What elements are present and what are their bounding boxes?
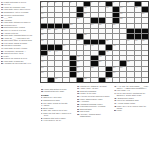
black-cell [91, 56, 97, 60]
grid-cell[interactable] [48, 13, 54, 17]
grid-cell[interactable] [48, 40, 54, 44]
cell-number: 57 [120, 66, 122, 68]
cell-number: 38 [142, 39, 144, 41]
grid-cell[interactable] [63, 13, 69, 17]
clue-text: Construction site sight [44, 91, 64, 93]
bottom-left-clue-column: 60. Word with Dutch or head62. Construct… [41, 88, 76, 149]
cell-number: 13 [106, 6, 108, 8]
cell-number: 3 [55, 1, 56, 3]
bottom-middle-clue-column: 10. Capital city staggers, for short11. … [77, 85, 112, 149]
down-clue-list-middle: 10. Capital city staggers, for short11. … [77, 85, 112, 118]
cell-number: 18 [120, 12, 122, 14]
grid-cell[interactable] [70, 45, 76, 49]
cell-number: 39 [63, 44, 65, 46]
grid-cell[interactable]: 52 [127, 61, 133, 65]
black-cell [70, 56, 76, 60]
grid-cell[interactable] [99, 29, 105, 33]
grid-cell[interactable]: 32 [84, 34, 90, 38]
clue-text: Misty [117, 110, 122, 112]
copyright-text: © 2023 [41, 86, 47, 87]
grid-cell[interactable] [142, 61, 148, 65]
grid-cell[interactable] [135, 56, 141, 60]
grid-cell[interactable] [106, 24, 112, 28]
cell-number: 62 [84, 77, 86, 79]
cell-number: 26 [113, 23, 115, 25]
grid-cell[interactable] [142, 72, 148, 76]
grid-cell[interactable]: 35 [106, 40, 112, 44]
cell-number: 50 [77, 60, 79, 62]
grid-cell[interactable] [91, 13, 97, 17]
cell-number: 7 [99, 1, 100, 3]
cell-number: 40 [84, 44, 86, 46]
grid-cell[interactable] [55, 67, 61, 71]
grid-cell[interactable] [120, 51, 126, 55]
black-cell [70, 61, 76, 65]
clue-item: 40. "Any way the wind blows ___ really m… [114, 85, 150, 89]
clue-text: "Any way the wind blows ___ really matte… [117, 85, 149, 89]
cell-number: 61 [55, 77, 57, 79]
grid-cell[interactable] [142, 18, 148, 22]
grid-cell[interactable] [142, 78, 148, 82]
grid-cell[interactable]: 28 [48, 29, 54, 33]
grid-cell[interactable] [84, 24, 90, 28]
grid-cell[interactable]: 20 [41, 18, 47, 22]
grid-cell[interactable]: 41 [91, 45, 97, 49]
clue-text: New York county containing the Donald J.… [117, 92, 146, 96]
grid-cell[interactable]: 19 [142, 13, 148, 17]
grid-cell[interactable] [113, 34, 119, 38]
grid-cell[interactable] [135, 67, 141, 71]
grid-cell[interactable] [84, 51, 90, 55]
grid-cell[interactable]: 5 [70, 2, 76, 6]
grid-cell[interactable] [127, 78, 133, 82]
clue-item: 48. More likely to be picked from the po… [114, 105, 150, 109]
black-cell [77, 78, 83, 82]
black-cell [41, 45, 47, 49]
cell-number: 31 [41, 33, 43, 35]
grid-cell[interactable] [70, 40, 76, 44]
black-cell [77, 7, 83, 11]
grid-cell[interactable] [99, 72, 105, 76]
grid-cell[interactable] [91, 78, 97, 82]
down-clue-list-right: 40. "Any way the wind blows ___ really m… [114, 85, 150, 112]
grid-cell[interactable] [63, 56, 69, 60]
cell-number: 19 [142, 12, 144, 14]
grid-cell[interactable]: 4 [63, 2, 69, 6]
grid-cell[interactable] [99, 45, 105, 49]
grid-cell[interactable] [135, 51, 141, 55]
grid-cell[interactable] [120, 29, 126, 33]
black-cell [113, 7, 119, 11]
grid-cell[interactable]: 59 [77, 72, 83, 76]
grid-cell[interactable] [55, 18, 61, 22]
grid-cell[interactable] [48, 18, 54, 22]
grid-cell[interactable] [70, 29, 76, 33]
clue-text: "Thanks for covering that, ref!" [4, 63, 31, 65]
grid-cell[interactable] [142, 56, 148, 60]
grid-cell[interactable]: 10 [127, 2, 133, 6]
cell-number: 10 [127, 1, 129, 3]
grid-cell[interactable]: 21 [77, 18, 83, 22]
grid-cell[interactable]: 51 [99, 61, 105, 65]
grid-cell[interactable] [77, 45, 83, 49]
clue-text: Rock film that won 4 Razzies in 1990 [43, 112, 71, 116]
grid-cell[interactable]: 37 [135, 40, 141, 44]
grid-cell[interactable] [48, 56, 54, 60]
cell-number: 12 [84, 6, 86, 8]
grid-cell[interactable] [113, 56, 119, 60]
grid-cell[interactable] [113, 78, 119, 82]
cell-number: 63 [106, 77, 108, 79]
clue-item: 44. New York county containing the Donal… [114, 92, 150, 96]
cell-number: 25 [99, 23, 101, 25]
black-cell [99, 78, 105, 82]
grid-cell[interactable] [63, 7, 69, 11]
grid-cell[interactable]: 25 [99, 24, 105, 28]
black-cell [99, 18, 105, 22]
black-cell [70, 72, 76, 76]
cell-number: 6 [91, 1, 92, 3]
grid-cell[interactable] [77, 29, 83, 33]
grid-cell[interactable] [135, 24, 141, 28]
grid-cell[interactable]: 34 [77, 40, 83, 44]
grid-cell[interactable] [120, 24, 126, 28]
grid-cell[interactable] [63, 51, 69, 55]
grid-cell[interactable]: 29 [55, 29, 61, 33]
grid-cell[interactable] [48, 61, 54, 65]
grid-cell[interactable] [48, 67, 54, 71]
grid-cell[interactable] [127, 13, 133, 17]
grid-cell[interactable] [135, 72, 141, 76]
clue-text: "Refuse" (thanks about Washington) [80, 113, 101, 117]
cell-number: 59 [77, 71, 79, 73]
down-clue-list-start: 1. Towels dry, as a spill2. Compound of … [41, 97, 76, 122]
grid-cell[interactable] [99, 67, 105, 71]
cell-number: 4 [63, 1, 64, 3]
grid-cell[interactable] [127, 67, 133, 71]
cell-number: 32 [84, 33, 86, 35]
grid-cell[interactable] [106, 13, 112, 17]
grid-cell[interactable] [120, 40, 126, 44]
grid-cell[interactable]: 38 [142, 40, 148, 44]
cell-number: 33 [41, 39, 43, 41]
grid-cell[interactable]: 22 [120, 18, 126, 22]
cell-number: 60 [113, 71, 115, 73]
grid-cell[interactable] [135, 45, 141, 49]
grid-cell[interactable] [113, 51, 119, 55]
grid-cell[interactable]: 3 [55, 2, 61, 6]
clue-item: 33. "Refuse" (thanks about Washington) [77, 113, 112, 117]
grid-cell[interactable] [135, 61, 141, 65]
grid-cell[interactable]: 42 [113, 45, 119, 49]
cell-number: 23 [70, 23, 72, 25]
grid-cell[interactable]: 26 [113, 24, 119, 28]
grid-cell[interactable] [91, 51, 97, 55]
grid-cell[interactable] [106, 56, 112, 60]
grid-cell[interactable] [63, 67, 69, 71]
grid-cell[interactable]: 6 [91, 2, 97, 6]
grid-cell[interactable] [63, 72, 69, 76]
grid-cell[interactable]: 45 [106, 51, 112, 55]
grid-cell[interactable] [63, 78, 69, 82]
cell-number: 51 [99, 60, 101, 62]
black-cell [48, 78, 54, 82]
cell-number: 11 [41, 6, 43, 8]
grid-cell[interactable] [106, 61, 112, 65]
grid-cell[interactable] [127, 24, 133, 28]
grid-cell[interactable] [127, 7, 133, 11]
grid-cell[interactable] [55, 7, 61, 11]
black-cell [70, 67, 76, 71]
black-cell [113, 13, 119, 17]
black-cell [113, 18, 119, 22]
grid-cell[interactable]: 62 [84, 78, 90, 82]
cell-number: 36 [127, 39, 129, 41]
grid-cell[interactable] [70, 34, 76, 38]
cell-number: 22 [120, 17, 122, 19]
grid-cell[interactable] [127, 45, 133, 49]
cell-number: 20 [41, 17, 43, 19]
grid-cell[interactable] [106, 18, 112, 22]
grid-cell[interactable] [135, 18, 141, 22]
black-cell [106, 45, 112, 49]
grid-cell[interactable]: 36 [127, 40, 133, 44]
grid-cell[interactable]: 13 [106, 7, 112, 11]
grid-cell[interactable]: 63 [106, 78, 112, 82]
grid-cell[interactable] [120, 34, 126, 38]
grid-cell[interactable] [55, 61, 61, 65]
grid-cell[interactable] [48, 34, 54, 38]
cell-number: 42 [113, 44, 115, 46]
cell-number: 1 [41, 1, 42, 3]
grid-cell[interactable]: 30 [63, 29, 69, 33]
grid-cell[interactable] [77, 2, 83, 6]
clue-item: 59. "Thanks for covering that, ref!" [1, 63, 39, 65]
cell-number: 14 [120, 6, 122, 8]
clue-item: 62. Construction site sight [41, 91, 76, 93]
grid-cell[interactable]: 60 [113, 72, 119, 76]
grid-cell[interactable] [63, 18, 69, 22]
grid-cell[interactable] [70, 18, 76, 22]
black-cell [99, 40, 105, 44]
grid-cell[interactable] [142, 45, 148, 49]
clue-text: More likely to be picked from the pound [117, 105, 146, 109]
grid-cell[interactable] [63, 34, 69, 38]
grid-cell[interactable] [142, 67, 148, 71]
grid-cell[interactable] [113, 29, 119, 33]
grid-cell[interactable] [142, 51, 148, 55]
clue-text: Herb formerly on TV [43, 120, 62, 122]
copyright-line: © 2023 [41, 83, 75, 87]
grid-cell[interactable] [55, 13, 61, 17]
grid-cell[interactable] [135, 13, 141, 17]
cell-number: 48 [99, 55, 101, 57]
bottom-right-clue-column: 40. "Any way the wind blows ___ really m… [114, 85, 150, 149]
grid-cell[interactable]: 2 [48, 2, 54, 6]
black-cell [55, 45, 61, 49]
grid-cell[interactable] [84, 67, 90, 71]
grid-cell[interactable] [70, 51, 76, 55]
grid-cell[interactable] [127, 18, 133, 22]
grid-cell[interactable] [55, 72, 61, 76]
grid-cell[interactable] [55, 40, 61, 44]
grid-cell[interactable] [48, 7, 54, 11]
grid-cell[interactable]: 24 [91, 24, 97, 28]
cell-number: 56 [113, 66, 115, 68]
cell-number: 5 [70, 1, 71, 3]
grid-cell[interactable] [120, 78, 126, 82]
grid-cell[interactable] [55, 56, 61, 60]
cell-number: 37 [135, 39, 137, 41]
grid-cell[interactable]: 17 [84, 13, 90, 17]
grid-cell[interactable] [91, 29, 97, 33]
grid-cell[interactable] [127, 51, 133, 55]
cell-number: 34 [77, 39, 79, 41]
grid-cell[interactable] [120, 56, 126, 60]
clue-item: 7. Rock film that won 4 Razzies in 1990 [41, 112, 76, 116]
grid-cell[interactable]: 40 [84, 45, 90, 49]
grid-cell[interactable] [48, 72, 54, 76]
grid-cell[interactable] [84, 61, 90, 65]
grid-cell[interactable] [142, 2, 148, 6]
cell-number: 21 [77, 17, 79, 19]
grid-cell[interactable]: 23 [70, 24, 76, 28]
grid-cell[interactable]: 8 [113, 2, 119, 6]
cell-number: 41 [91, 44, 93, 46]
grid-cell[interactable] [41, 78, 47, 82]
across-tail-list: 60. Word with Dutch or head62. Construct… [41, 88, 76, 93]
cell-number: 2 [48, 1, 49, 3]
grid-cell[interactable] [91, 7, 97, 11]
cell-number: 17 [84, 12, 86, 14]
grid-cell[interactable] [99, 13, 105, 17]
grid-cell[interactable] [55, 34, 61, 38]
cell-number: 24 [91, 23, 93, 25]
grid-cell[interactable] [84, 18, 90, 22]
cell-number: 52 [127, 60, 129, 62]
cell-number: 49 [41, 60, 43, 62]
grid-cell[interactable] [135, 78, 141, 82]
grid-cell[interactable] [99, 34, 105, 38]
black-cell [91, 18, 97, 22]
grid-cell[interactable] [91, 34, 97, 38]
black-cell [48, 45, 54, 49]
grid-cell[interactable] [91, 72, 97, 76]
grid-cell[interactable]: 7 [99, 2, 105, 6]
clue-item: 50. Misty [114, 110, 150, 112]
grid-cell[interactable]: 55 [91, 67, 97, 71]
cell-number: 53 [41, 66, 43, 68]
cell-number: 46 [41, 55, 43, 57]
grid-cell[interactable] [84, 72, 90, 76]
grid-cell[interactable] [99, 7, 105, 11]
across-clue-list: 14. Pasta with ham in a pie?15. Get up16… [1, 1, 39, 65]
grid-cell[interactable] [106, 29, 112, 33]
grid-cell[interactable]: 39 [63, 45, 69, 49]
cell-number: 29 [55, 28, 57, 30]
grid-cell[interactable]: 43 [48, 51, 54, 55]
across-clue-column: 14. Pasta with ham in a pie?15. Get up16… [1, 1, 39, 149]
black-cell [106, 67, 112, 71]
cell-number: 30 [63, 28, 65, 30]
grid-cell[interactable] [70, 7, 76, 11]
black-cell [142, 29, 148, 33]
grid-cell[interactable] [84, 56, 90, 60]
cell-number: 55 [91, 66, 93, 68]
cell-number: 45 [106, 50, 108, 52]
grid-cell[interactable]: 57 [120, 67, 126, 71]
crossword-page: { "game": "crossword", "size": "15x15", … [0, 0, 150, 150]
cell-number: 27 [41, 28, 43, 30]
grid-cell[interactable] [120, 45, 126, 49]
cell-number: 8 [113, 1, 114, 3]
cell-number: 35 [106, 39, 108, 41]
grid-cell[interactable] [77, 24, 83, 28]
grid-cell[interactable]: 15 [135, 7, 141, 11]
cell-number: 16 [41, 12, 43, 14]
grid-cell[interactable]: 44 [55, 51, 61, 55]
clue-item: 9. Herb formerly on TV [41, 120, 76, 122]
cell-number: 9 [120, 1, 121, 3]
black-cell [135, 29, 141, 33]
crossword-grid: 1234567891011121314151617181920212223242… [40, 1, 149, 83]
grid-cell[interactable] [70, 13, 76, 17]
cell-number: 44 [55, 50, 57, 52]
cell-number: 43 [48, 50, 50, 52]
black-cell [106, 72, 112, 76]
grid-cell[interactable] [127, 72, 133, 76]
down-header: DOWN [41, 94, 76, 96]
grid-cell[interactable] [63, 61, 69, 65]
grid-cell[interactable] [70, 78, 76, 82]
grid-cell[interactable] [142, 24, 148, 28]
black-cell [127, 29, 133, 33]
grid-cell[interactable]: 33 [41, 40, 47, 44]
cell-number: 28 [48, 28, 50, 30]
grid-cell[interactable]: 58 [41, 72, 47, 76]
cell-number: 58 [41, 71, 43, 73]
cell-number: 54 [77, 66, 79, 68]
grid-cell[interactable] [120, 72, 126, 76]
cell-number: 15 [135, 6, 137, 8]
grid-cell[interactable]: 61 [55, 78, 61, 82]
cell-number: 47 [77, 55, 79, 57]
